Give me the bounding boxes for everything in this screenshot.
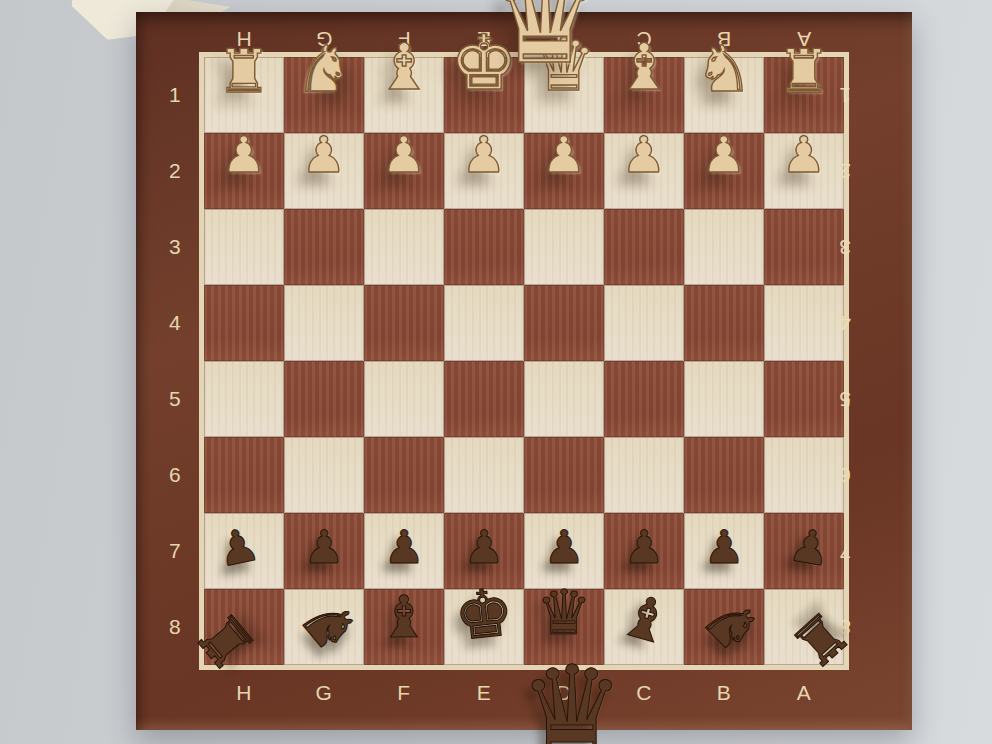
chess-board: HGFEDCBAHGFEDCBA1234567812345678 ♜♞♝♚♛♝♞…	[136, 12, 912, 730]
piece-black-pawn-d7[interactable]: ♟	[543, 524, 584, 570]
piece-white-pawn-b2[interactable]: ♟	[702, 130, 747, 180]
square-e4[interactable]	[444, 285, 524, 361]
file-label-bottom-e: E	[444, 680, 524, 706]
square-e3[interactable]	[444, 209, 524, 285]
square-b6[interactable]	[684, 437, 764, 513]
file-label-bottom-b: B	[684, 680, 764, 706]
piece-black-pawn-b7[interactable]: ♟	[703, 524, 744, 570]
square-f5[interactable]	[364, 361, 444, 437]
square-h5[interactable]	[204, 361, 284, 437]
square-e5[interactable]	[444, 361, 524, 437]
board-squares	[204, 57, 844, 665]
piece-white-pawn-g2[interactable]: ♟	[302, 130, 347, 180]
piece-white-knight-b1[interactable]: ♞	[695, 37, 752, 101]
square-f4[interactable]	[364, 285, 444, 361]
piece-white-knight-g1[interactable]: ♞	[295, 37, 352, 101]
rank-label-left-5: 5	[158, 361, 192, 437]
rank-label-left-7: 7	[158, 513, 192, 589]
square-c6[interactable]	[604, 437, 684, 513]
piece-white-pawn-e2[interactable]: ♟	[462, 130, 507, 180]
square-b5[interactable]	[684, 361, 764, 437]
piece-white-rook-a1[interactable]: ♜	[777, 41, 831, 101]
rank-label-right-4: 4	[828, 285, 862, 361]
piece-white-pawn-h2[interactable]: ♟	[222, 130, 267, 180]
piece-black-spare-piece-clipped-bottom-frame[interactable]: ♛	[519, 650, 625, 744]
rank-label-left-8: 8	[158, 589, 192, 665]
square-h4[interactable]	[204, 285, 284, 361]
rank-label-left-4: 4	[158, 285, 192, 361]
file-label-bottom-f: F	[364, 680, 444, 706]
square-f3[interactable]	[364, 209, 444, 285]
rank-label-left-2: 2	[158, 133, 192, 209]
piece-white-pawn-a2[interactable]: ♟	[782, 130, 827, 180]
piece-black-pawn-f7[interactable]: ♟	[383, 524, 424, 570]
square-b4[interactable]	[684, 285, 764, 361]
rank-label-left-3: 3	[158, 209, 192, 285]
piece-white-pawn-d2[interactable]: ♟	[542, 130, 587, 180]
square-c5[interactable]	[604, 361, 684, 437]
square-g3[interactable]	[284, 209, 364, 285]
square-c3[interactable]	[604, 209, 684, 285]
rank-label-right-5: 5	[828, 361, 862, 437]
square-g4[interactable]	[284, 285, 364, 361]
square-d5[interactable]	[524, 361, 604, 437]
square-d4[interactable]	[524, 285, 604, 361]
piece-white-bishop-f1[interactable]: ♝	[375, 35, 432, 99]
rank-label-right-3: 3	[828, 209, 862, 285]
piece-white-spare-piece-clipped-top-frame[interactable]: ♛	[490, 0, 599, 81]
rank-label-right-1: 1	[828, 57, 862, 133]
square-d6[interactable]	[524, 437, 604, 513]
file-label-bottom-g: G	[284, 680, 364, 706]
rank-label-right-6: 6	[828, 437, 862, 513]
maple-inlay-border	[199, 52, 849, 670]
piece-black-pawn-a7[interactable]: ♟	[786, 521, 835, 573]
square-d3[interactable]	[524, 209, 604, 285]
square-g5[interactable]	[284, 361, 364, 437]
square-b3[interactable]	[684, 209, 764, 285]
piece-white-pawn-f2[interactable]: ♟	[382, 130, 427, 180]
piece-black-queen-d8[interactable]: ♛	[536, 582, 592, 644]
piece-black-pawn-e7[interactable]: ♟	[463, 524, 504, 570]
square-h6[interactable]	[204, 437, 284, 513]
square-h3[interactable]	[204, 209, 284, 285]
square-c4[interactable]	[604, 285, 684, 361]
piece-white-pawn-c2[interactable]: ♟	[622, 130, 667, 180]
rank-label-left-6: 6	[158, 437, 192, 513]
rank-label-left-1: 1	[158, 57, 192, 133]
rank-label-right-2: 2	[828, 133, 862, 209]
square-g6[interactable]	[284, 437, 364, 513]
piece-white-bishop-c1[interactable]: ♝	[615, 35, 672, 99]
piece-black-bishop-f8[interactable]: ♝	[378, 588, 430, 646]
piece-black-king-e8[interactable]: ♚	[451, 579, 517, 651]
piece-black-pawn-c7[interactable]: ♟	[623, 524, 664, 570]
piece-black-pawn-g7[interactable]: ♟	[303, 524, 344, 570]
square-f6[interactable]	[364, 437, 444, 513]
square-e6[interactable]	[444, 437, 524, 513]
file-label-bottom-a: A	[764, 680, 844, 706]
piece-white-rook-h1[interactable]: ♜	[217, 41, 271, 101]
photo-background: { "game": "chess", "position": { "fen": …	[0, 0, 992, 744]
